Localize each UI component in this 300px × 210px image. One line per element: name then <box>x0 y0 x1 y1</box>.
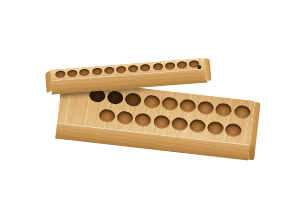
pit-back <box>143 94 160 109</box>
pit-back <box>179 99 196 114</box>
pit-back <box>107 90 124 105</box>
product-photo <box>0 0 300 210</box>
pit-front <box>225 123 242 138</box>
bar-pit <box>55 70 66 78</box>
bar-pit <box>67 70 78 78</box>
pit-back <box>161 96 178 111</box>
pit-front <box>117 111 134 126</box>
pit-back <box>215 103 232 118</box>
bar-pit <box>140 64 151 72</box>
bar-pit <box>116 66 127 74</box>
pit-front <box>189 119 206 134</box>
pit-back <box>197 101 214 116</box>
pit-front <box>99 108 116 123</box>
bar-pit <box>165 62 176 70</box>
bar-pit <box>80 69 91 77</box>
bar-pit <box>92 68 103 76</box>
pit-front <box>135 113 152 128</box>
pit-front <box>153 115 170 130</box>
bar-pit <box>152 63 163 71</box>
bar-pit <box>128 65 139 73</box>
bar-pit <box>177 61 188 69</box>
pit-back <box>233 105 250 120</box>
upper-bar-right-end <box>204 58 212 81</box>
lower-tray-right-end-front <box>248 145 256 161</box>
bar-pit <box>104 67 115 75</box>
pit-front <box>207 121 224 136</box>
pit-back <box>125 92 142 107</box>
pit-front <box>171 117 188 132</box>
